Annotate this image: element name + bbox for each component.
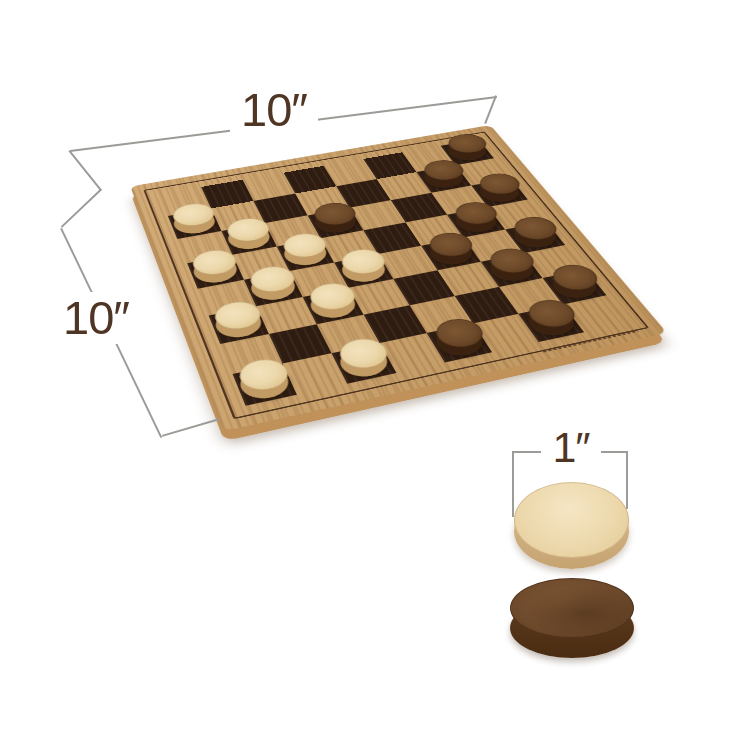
piece-diameter-label: 1″ bbox=[541, 423, 601, 471]
light-checker bbox=[337, 255, 391, 286]
checker-top-face bbox=[514, 482, 629, 558]
board-surface bbox=[130, 125, 667, 431]
product-photo-scene: 10″ 10″ 1″ bbox=[0, 0, 750, 750]
dimension-extension bbox=[69, 150, 102, 191]
board-square bbox=[481, 253, 543, 287]
board-depth-label: 10″ bbox=[52, 292, 140, 344]
dimension-extension bbox=[485, 95, 497, 123]
checkers-board bbox=[130, 125, 667, 431]
checker-top-face bbox=[510, 578, 634, 638]
dimension-extension bbox=[61, 189, 102, 228]
dark-checker bbox=[424, 239, 478, 269]
dark-checker bbox=[310, 209, 361, 237]
board-width-label: 10″ bbox=[230, 84, 318, 136]
dimension-extension bbox=[162, 419, 220, 437]
light-checker bbox=[246, 273, 300, 305]
sample-dark-checker bbox=[510, 578, 634, 660]
sample-light-checker bbox=[514, 482, 629, 572]
